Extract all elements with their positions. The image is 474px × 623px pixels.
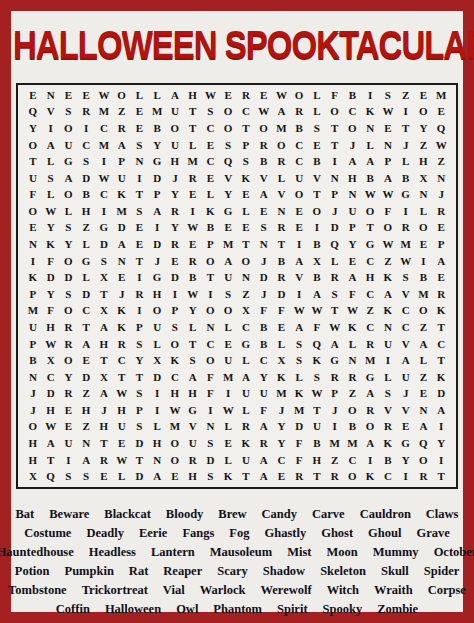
grid-cell[interactable]: R <box>113 336 131 353</box>
grid-cell[interactable]: C <box>290 153 308 170</box>
grid-cell[interactable]: O <box>166 452 184 469</box>
grid-cell[interactable]: B <box>344 87 362 104</box>
grid-cell[interactable]: S <box>95 253 113 270</box>
grid-cell[interactable]: L <box>60 203 78 220</box>
grid-cell[interactable]: P <box>148 187 166 204</box>
grid-cell[interactable]: T <box>95 352 113 369</box>
grid-cell[interactable]: R <box>60 336 78 353</box>
grid-cell[interactable]: D <box>77 170 95 187</box>
grid-cell[interactable]: C <box>77 303 95 320</box>
grid-cell[interactable]: R <box>344 369 362 386</box>
grid-cell[interactable]: A <box>415 419 433 436</box>
grid-cell[interactable]: D <box>273 286 291 303</box>
grid-cell[interactable]: V <box>308 170 326 187</box>
grid-cell[interactable]: A <box>379 286 397 303</box>
grid-cell[interactable]: N <box>131 153 149 170</box>
grid-cell[interactable]: H <box>361 269 379 286</box>
grid-cell[interactable]: H <box>148 286 166 303</box>
grid-cell[interactable]: W <box>95 87 113 104</box>
grid-cell[interactable]: D <box>95 236 113 253</box>
grid-cell[interactable]: U <box>166 137 184 154</box>
grid-cell[interactable]: E <box>219 87 237 104</box>
grid-cell[interactable]: A <box>113 236 131 253</box>
grid-cell[interactable]: S <box>77 468 95 485</box>
grid-cell[interactable]: K <box>166 352 184 369</box>
grid-cell[interactable]: P <box>131 402 149 419</box>
grid-cell[interactable]: Y <box>184 303 202 320</box>
grid-cell[interactable]: L <box>290 369 308 386</box>
grid-cell[interactable]: R <box>184 170 202 187</box>
grid-cell[interactable]: V <box>184 419 202 436</box>
grid-cell[interactable]: R <box>60 319 78 336</box>
grid-cell[interactable]: D <box>148 236 166 253</box>
grid-cell[interactable]: K <box>202 203 220 220</box>
grid-cell[interactable]: B <box>308 236 326 253</box>
grid-cell[interactable]: A <box>60 170 78 187</box>
grid-cell[interactable]: E <box>219 336 237 353</box>
grid-cell[interactable]: Y <box>397 452 415 469</box>
grid-cell[interactable]: O <box>113 87 131 104</box>
grid-cell[interactable]: K <box>113 319 131 336</box>
grid-cell[interactable]: E <box>131 104 149 121</box>
grid-cell[interactable]: I <box>24 253 42 270</box>
grid-cell[interactable]: R <box>290 104 308 121</box>
grid-cell[interactable]: M <box>273 386 291 403</box>
grid-cell[interactable]: H <box>24 452 42 469</box>
grid-cell[interactable]: D <box>202 452 220 469</box>
grid-cell[interactable]: E <box>273 319 291 336</box>
grid-cell[interactable]: H <box>344 170 362 187</box>
grid-cell[interactable]: A <box>255 419 273 436</box>
grid-cell[interactable]: E <box>379 120 397 137</box>
grid-cell[interactable]: Q <box>432 120 450 137</box>
grid-cell[interactable]: O <box>344 120 362 137</box>
grid-cell[interactable]: O <box>24 203 42 220</box>
grid-cell[interactable]: X <box>308 253 326 270</box>
grid-cell[interactable]: N <box>113 253 131 270</box>
grid-cell[interactable]: F <box>273 303 291 320</box>
grid-cell[interactable]: N <box>415 402 433 419</box>
grid-cell[interactable]: C <box>361 286 379 303</box>
grid-cell[interactable]: G <box>237 336 255 353</box>
grid-cell[interactable]: A <box>397 352 415 369</box>
grid-cell[interactable]: E <box>77 352 95 369</box>
grid-cell[interactable]: M <box>326 435 344 452</box>
grid-cell[interactable]: J <box>344 137 362 154</box>
grid-cell[interactable]: L <box>148 336 166 353</box>
grid-cell[interactable]: E <box>202 137 220 154</box>
grid-cell[interactable]: L <box>308 104 326 121</box>
grid-cell[interactable]: Y <box>255 369 273 386</box>
grid-cell[interactable]: F <box>326 87 344 104</box>
grid-cell[interactable]: S <box>131 386 149 403</box>
grid-cell[interactable]: I <box>219 386 237 403</box>
grid-cell[interactable]: W <box>361 187 379 204</box>
grid-cell[interactable]: B <box>273 253 291 270</box>
grid-cell[interactable]: E <box>131 220 149 237</box>
grid-cell[interactable]: X <box>273 352 291 369</box>
grid-cell[interactable]: A <box>290 253 308 270</box>
grid-cell[interactable]: A <box>432 402 450 419</box>
grid-cell[interactable]: I <box>77 120 95 137</box>
grid-cell[interactable]: A <box>166 87 184 104</box>
grid-cell[interactable]: X <box>95 369 113 386</box>
grid-cell[interactable]: P <box>326 187 344 204</box>
grid-cell[interactable]: E <box>60 402 78 419</box>
grid-cell[interactable]: V <box>379 402 397 419</box>
grid-cell[interactable]: C <box>202 120 220 137</box>
grid-cell[interactable]: F <box>202 386 220 403</box>
grid-cell[interactable]: O <box>326 104 344 121</box>
grid-cell[interactable]: X <box>95 269 113 286</box>
grid-cell[interactable]: Z <box>361 303 379 320</box>
grid-cell[interactable]: A <box>326 336 344 353</box>
grid-cell[interactable]: P <box>432 236 450 253</box>
grid-cell[interactable]: J <box>24 402 42 419</box>
grid-cell[interactable]: D <box>290 419 308 436</box>
grid-cell[interactable]: Z <box>432 153 450 170</box>
grid-cell[interactable]: T <box>95 286 113 303</box>
grid-cell[interactable]: Z <box>344 386 362 403</box>
grid-cell[interactable]: S <box>184 352 202 369</box>
grid-cell[interactable]: Y <box>219 187 237 204</box>
grid-cell[interactable]: F <box>344 286 362 303</box>
grid-cell[interactable]: O <box>166 435 184 452</box>
grid-cell[interactable]: Q <box>415 435 433 452</box>
grid-cell[interactable]: R <box>166 236 184 253</box>
grid-cell[interactable]: R <box>131 286 149 303</box>
grid-cell[interactable]: S <box>379 386 397 403</box>
grid-cell[interactable]: V <box>397 336 415 353</box>
grid-cell[interactable]: V <box>397 402 415 419</box>
grid-cell[interactable]: D <box>166 269 184 286</box>
grid-cell[interactable]: J <box>166 170 184 187</box>
grid-cell[interactable]: B <box>308 435 326 452</box>
grid-cell[interactable]: R <box>361 336 379 353</box>
grid-cell[interactable]: L <box>379 369 397 386</box>
grid-cell[interactable]: P <box>24 336 42 353</box>
grid-cell[interactable]: E <box>237 220 255 237</box>
grid-cell[interactable]: B <box>308 153 326 170</box>
grid-cell[interactable]: S <box>255 220 273 237</box>
grid-cell[interactable]: P <box>131 319 149 336</box>
grid-cell[interactable]: E <box>166 253 184 270</box>
grid-cell[interactable]: G <box>361 236 379 253</box>
grid-cell[interactable]: O <box>24 137 42 154</box>
grid-cell[interactable]: D <box>131 435 149 452</box>
grid-cell[interactable]: Q <box>24 104 42 121</box>
grid-cell[interactable]: Z <box>415 319 433 336</box>
grid-cell[interactable]: D <box>432 386 450 403</box>
grid-cell[interactable]: T <box>184 336 202 353</box>
grid-cell[interactable]: B <box>397 170 415 187</box>
grid-cell[interactable]: L <box>415 203 433 220</box>
grid-cell[interactable]: D <box>148 369 166 386</box>
grid-cell[interactable]: Y <box>415 120 433 137</box>
grid-cell[interactable]: O <box>60 303 78 320</box>
grid-cell[interactable]: U <box>184 435 202 452</box>
grid-cell[interactable]: M <box>415 286 433 303</box>
grid-cell[interactable]: M <box>273 120 291 137</box>
grid-cell[interactable]: G <box>326 352 344 369</box>
grid-cell[interactable]: G <box>60 153 78 170</box>
grid-cell[interactable]: F <box>379 203 397 220</box>
grid-cell[interactable]: J <box>95 402 113 419</box>
grid-cell[interactable]: Z <box>415 137 433 154</box>
grid-cell[interactable]: O <box>290 87 308 104</box>
grid-cell[interactable]: G <box>219 203 237 220</box>
grid-cell[interactable]: H <box>166 153 184 170</box>
grid-cell[interactable]: K <box>113 303 131 320</box>
grid-cell[interactable]: N <box>326 170 344 187</box>
grid-cell[interactable]: A <box>432 253 450 270</box>
grid-cell[interactable]: O <box>202 303 220 320</box>
grid-cell[interactable]: R <box>237 419 255 436</box>
grid-cell[interactable]: U <box>219 352 237 369</box>
grid-cell[interactable]: L <box>219 319 237 336</box>
grid-cell[interactable]: Y <box>273 419 291 436</box>
grid-cell[interactable]: L <box>273 170 291 187</box>
grid-cell[interactable]: E <box>219 220 237 237</box>
grid-cell[interactable]: S <box>77 153 95 170</box>
grid-cell[interactable]: B <box>415 269 433 286</box>
grid-cell[interactable]: O <box>273 137 291 154</box>
grid-cell[interactable]: U <box>60 435 78 452</box>
grid-cell[interactable]: E <box>237 187 255 204</box>
grid-cell[interactable]: D <box>77 369 95 386</box>
grid-cell[interactable]: V <box>255 170 273 187</box>
grid-cell[interactable]: N <box>42 87 60 104</box>
grid-cell[interactable]: J <box>113 286 131 303</box>
grid-cell[interactable]: I <box>202 286 220 303</box>
grid-cell[interactable]: K <box>273 369 291 386</box>
grid-cell[interactable]: S <box>379 87 397 104</box>
grid-cell[interactable]: D <box>255 269 273 286</box>
grid-cell[interactable]: T <box>273 236 291 253</box>
grid-cell[interactable]: M <box>432 87 450 104</box>
grid-cell[interactable]: D <box>148 170 166 187</box>
grid-cell[interactable]: K <box>432 369 450 386</box>
grid-cell[interactable]: A <box>273 104 291 121</box>
grid-cell[interactable]: G <box>148 269 166 286</box>
grid-cell[interactable]: Z <box>77 419 95 436</box>
grid-cell[interactable]: F <box>24 187 42 204</box>
grid-cell[interactable]: W <box>290 303 308 320</box>
grid-cell[interactable]: K <box>432 303 450 320</box>
grid-cell[interactable]: W <box>432 137 450 154</box>
grid-cell[interactable]: S <box>202 435 220 452</box>
grid-cell[interactable]: H <box>184 468 202 485</box>
grid-cell[interactable]: L <box>77 236 95 253</box>
grid-cell[interactable]: V <box>42 104 60 121</box>
grid-cell[interactable]: J <box>432 187 450 204</box>
grid-cell[interactable]: L <box>237 402 255 419</box>
grid-cell[interactable]: H <box>184 386 202 403</box>
grid-cell[interactable]: E <box>273 468 291 485</box>
grid-cell[interactable]: K <box>361 104 379 121</box>
grid-cell[interactable]: T <box>237 120 255 137</box>
grid-cell[interactable]: I <box>326 153 344 170</box>
grid-cell[interactable]: M <box>95 137 113 154</box>
grid-cell[interactable]: A <box>379 170 397 187</box>
grid-cell[interactable]: W <box>184 220 202 237</box>
grid-cell[interactable]: X <box>95 303 113 320</box>
grid-cell[interactable]: F <box>42 253 60 270</box>
grid-cell[interactable]: N <box>344 187 362 204</box>
grid-cell[interactable]: L <box>184 319 202 336</box>
grid-cell[interactable]: T <box>308 402 326 419</box>
grid-cell[interactable]: N <box>415 187 433 204</box>
grid-cell[interactable]: H <box>415 153 433 170</box>
grid-cell[interactable]: R <box>415 468 433 485</box>
grid-cell[interactable]: I <box>397 104 415 121</box>
grid-cell[interactable]: A <box>415 336 433 353</box>
grid-cell[interactable]: K <box>237 435 255 452</box>
grid-cell[interactable]: C <box>379 468 397 485</box>
grid-cell[interactable]: C <box>397 303 415 320</box>
grid-cell[interactable]: N <box>273 203 291 220</box>
grid-cell[interactable]: J <box>326 203 344 220</box>
grid-cell[interactable]: C <box>113 352 131 369</box>
grid-cell[interactable]: A <box>344 153 362 170</box>
grid-cell[interactable]: C <box>237 319 255 336</box>
grid-cell[interactable]: S <box>308 120 326 137</box>
grid-cell[interactable]: I <box>148 402 166 419</box>
grid-cell[interactable]: Y <box>24 120 42 137</box>
grid-cell[interactable]: S <box>202 104 220 121</box>
grid-cell[interactable]: Y <box>131 352 149 369</box>
grid-cell[interactable]: R <box>397 220 415 237</box>
grid-cell[interactable]: N <box>432 170 450 187</box>
grid-cell[interactable]: G <box>397 187 415 204</box>
grid-cell[interactable]: O <box>148 303 166 320</box>
grid-cell[interactable]: M <box>166 419 184 436</box>
grid-cell[interactable]: E <box>255 203 273 220</box>
grid-cell[interactable]: R <box>184 452 202 469</box>
grid-cell[interactable]: E <box>131 120 149 137</box>
grid-cell[interactable]: W <box>202 87 220 104</box>
grid-cell[interactable]: T <box>432 319 450 336</box>
grid-cell[interactable]: E <box>113 269 131 286</box>
grid-cell[interactable]: E <box>415 236 433 253</box>
grid-cell[interactable]: Y <box>148 137 166 154</box>
grid-cell[interactable]: O <box>219 120 237 137</box>
grid-cell[interactable]: Y <box>60 236 78 253</box>
grid-cell[interactable]: P <box>344 220 362 237</box>
grid-cell[interactable]: I <box>131 303 149 320</box>
grid-cell[interactable]: E <box>290 220 308 237</box>
grid-cell[interactable]: S <box>60 286 78 303</box>
grid-cell[interactable]: E <box>166 468 184 485</box>
grid-cell[interactable]: R <box>166 203 184 220</box>
grid-cell[interactable]: G <box>361 369 379 386</box>
grid-cell[interactable]: O <box>361 419 379 436</box>
grid-cell[interactable]: R <box>361 402 379 419</box>
grid-cell[interactable]: I <box>202 402 220 419</box>
grid-cell[interactable]: H <box>77 203 95 220</box>
grid-cell[interactable]: C <box>42 369 60 386</box>
grid-cell[interactable]: A <box>42 435 60 452</box>
grid-cell[interactable]: L <box>361 137 379 154</box>
grid-cell[interactable]: K <box>24 269 42 286</box>
grid-cell[interactable]: O <box>415 303 433 320</box>
grid-cell[interactable]: W <box>113 452 131 469</box>
grid-cell[interactable]: S <box>60 104 78 121</box>
grid-cell[interactable]: E <box>432 269 450 286</box>
grid-cell[interactable]: E <box>397 419 415 436</box>
grid-cell[interactable]: U <box>113 170 131 187</box>
grid-cell[interactable]: S <box>326 286 344 303</box>
grid-cell[interactable]: Y <box>166 187 184 204</box>
grid-cell[interactable]: O <box>219 104 237 121</box>
grid-cell[interactable]: L <box>113 468 131 485</box>
grid-cell[interactable]: Q <box>42 468 60 485</box>
grid-cell[interactable]: G <box>95 220 113 237</box>
grid-cell[interactable]: T <box>131 187 149 204</box>
grid-cell[interactable]: M <box>113 203 131 220</box>
grid-cell[interactable]: A <box>77 336 95 353</box>
grid-cell[interactable]: L <box>131 87 149 104</box>
grid-cell[interactable]: N <box>24 236 42 253</box>
grid-cell[interactable]: O <box>415 452 433 469</box>
grid-cell[interactable]: M <box>344 435 362 452</box>
grid-cell[interactable]: M <box>184 153 202 170</box>
grid-cell[interactable]: Z <box>326 452 344 469</box>
grid-cell[interactable]: R <box>95 452 113 469</box>
grid-cell[interactable]: I <box>184 203 202 220</box>
grid-cell[interactable]: H <box>308 452 326 469</box>
grid-cell[interactable]: B <box>148 120 166 137</box>
grid-cell[interactable]: I <box>95 153 113 170</box>
grid-cell[interactable]: A <box>290 319 308 336</box>
grid-cell[interactable]: D <box>131 468 149 485</box>
grid-cell[interactable]: C <box>95 187 113 204</box>
grid-cell[interactable]: M <box>95 104 113 121</box>
grid-cell[interactable]: O <box>290 187 308 204</box>
grid-cell[interactable]: O <box>166 120 184 137</box>
grid-cell[interactable]: W <box>326 319 344 336</box>
grid-cell[interactable]: U <box>255 386 273 403</box>
grid-cell[interactable]: T <box>131 369 149 386</box>
grid-cell[interactable]: L <box>344 336 362 353</box>
grid-cell[interactable]: K <box>219 468 237 485</box>
grid-cell[interactable]: A <box>344 269 362 286</box>
grid-cell[interactable]: U <box>379 336 397 353</box>
grid-cell[interactable]: R <box>237 87 255 104</box>
grid-cell[interactable]: R <box>255 435 273 452</box>
grid-cell[interactable]: M <box>219 369 237 386</box>
grid-cell[interactable]: O <box>379 220 397 237</box>
grid-cell[interactable]: Y <box>273 435 291 452</box>
grid-cell[interactable]: U <box>290 170 308 187</box>
grid-cell[interactable]: C <box>77 137 95 154</box>
grid-cell[interactable]: U <box>237 452 255 469</box>
grid-cell[interactable]: X <box>148 352 166 369</box>
grid-cell[interactable]: S <box>219 137 237 154</box>
grid-cell[interactable]: Y <box>344 236 362 253</box>
grid-cell[interactable]: N <box>344 352 362 369</box>
grid-cell[interactable]: B <box>184 269 202 286</box>
grid-cell[interactable]: W <box>379 104 397 121</box>
grid-cell[interactable]: I <box>95 203 113 220</box>
grid-cell[interactable]: E <box>95 468 113 485</box>
grid-cell[interactable]: F <box>202 369 220 386</box>
grid-cell[interactable]: K <box>361 468 379 485</box>
grid-cell[interactable]: T <box>24 153 42 170</box>
grid-cell[interactable]: L <box>184 137 202 154</box>
grid-cell[interactable]: C <box>432 336 450 353</box>
grid-cell[interactable]: M <box>219 236 237 253</box>
